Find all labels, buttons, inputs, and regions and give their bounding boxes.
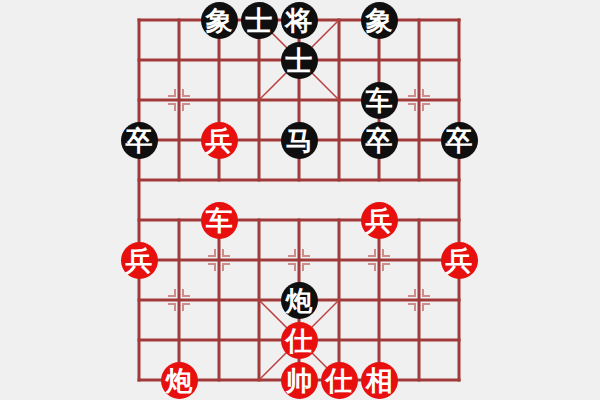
red-soldier[interactable]: 兵 bbox=[121, 242, 158, 279]
black-advisor[interactable]: 士 bbox=[281, 42, 318, 79]
red-advisor[interactable]: 仕 bbox=[321, 362, 358, 399]
red-cannon[interactable]: 炮 bbox=[161, 362, 198, 399]
red-soldier[interactable]: 兵 bbox=[441, 242, 478, 279]
black-soldier[interactable]: 卒 bbox=[121, 122, 158, 159]
black-cannon[interactable]: 炮 bbox=[281, 282, 318, 319]
black-elephant[interactable]: 象 bbox=[201, 2, 238, 39]
xiangqi-board[interactable]: 象士将象士车卒兵马卒卒车兵兵兵炮仕炮帅仕相 bbox=[0, 0, 600, 400]
black-general[interactable]: 将 bbox=[281, 2, 318, 39]
red-general[interactable]: 帅 bbox=[281, 362, 318, 399]
red-chariot[interactable]: 车 bbox=[201, 202, 238, 239]
red-soldier[interactable]: 兵 bbox=[361, 202, 398, 239]
red-elephant[interactable]: 相 bbox=[361, 362, 398, 399]
red-soldier[interactable]: 兵 bbox=[201, 122, 238, 159]
xiangqi-app: 象士将象士车卒兵马卒卒车兵兵兵炮仕炮帅仕相 bbox=[0, 0, 600, 400]
black-advisor[interactable]: 士 bbox=[241, 2, 278, 39]
black-soldier[interactable]: 卒 bbox=[441, 122, 478, 159]
red-advisor[interactable]: 仕 bbox=[281, 322, 318, 359]
black-horse[interactable]: 马 bbox=[281, 122, 318, 159]
black-elephant[interactable]: 象 bbox=[361, 2, 398, 39]
black-soldier[interactable]: 卒 bbox=[361, 122, 398, 159]
black-chariot[interactable]: 车 bbox=[361, 82, 398, 119]
pieces-layer: 象士将象士车卒兵马卒卒车兵兵兵炮仕炮帅仕相 bbox=[0, 0, 600, 400]
